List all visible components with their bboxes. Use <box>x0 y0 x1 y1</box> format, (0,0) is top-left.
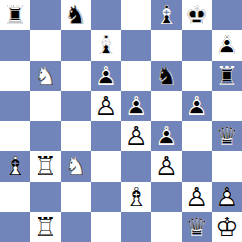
square-h4[interactable]: ♛♕ <box>212 121 242 151</box>
white-rook-outline-icon: ♖ <box>30 212 60 242</box>
square-b4[interactable] <box>30 121 60 151</box>
piece-white-pawn[interactable]: ♟♙ <box>121 121 151 151</box>
black-knight-outline-icon: ♘ <box>61 0 91 30</box>
black-rook-outline-icon: ♖ <box>0 0 30 30</box>
square-g2[interactable]: ♟♙ <box>182 182 212 212</box>
square-d1[interactable] <box>91 212 121 242</box>
white-knight-outline-icon: ♘ <box>61 151 91 181</box>
square-c3[interactable]: ♞♘ <box>61 151 91 181</box>
square-c1[interactable] <box>61 212 91 242</box>
square-e5[interactable]: ♟♙ <box>121 91 151 121</box>
square-d8[interactable] <box>91 0 121 30</box>
square-e6[interactable] <box>121 61 151 91</box>
square-c5[interactable] <box>61 91 91 121</box>
white-king-outline-icon: ♔ <box>212 212 242 242</box>
piece-white-knight[interactable]: ♞♘ <box>30 61 60 91</box>
square-h1[interactable]: ♚♔ <box>212 212 242 242</box>
piece-black-pawn[interactable]: ♟♙ <box>121 91 151 121</box>
square-c7[interactable] <box>61 30 91 60</box>
square-g8[interactable]: ♚♔ <box>182 0 212 30</box>
square-h7[interactable]: ♟♙ <box>212 30 242 60</box>
piece-white-pawn[interactable]: ♟♙ <box>182 182 212 212</box>
square-f8[interactable]: ♝♗ <box>151 0 181 30</box>
square-f7[interactable] <box>151 30 181 60</box>
square-b5[interactable] <box>30 91 60 121</box>
square-a5[interactable] <box>0 91 30 121</box>
square-d7[interactable]: ♝♗ <box>91 30 121 60</box>
black-bishop-outline-icon: ♗ <box>91 30 121 60</box>
square-e1[interactable] <box>121 212 151 242</box>
piece-black-knight[interactable]: ♞♘ <box>151 61 181 91</box>
white-pawn-outline-icon: ♙ <box>182 182 212 212</box>
white-bishop-outline-icon: ♗ <box>0 151 30 181</box>
square-a1[interactable] <box>0 212 30 242</box>
piece-black-queen[interactable]: ♛♕ <box>182 212 212 242</box>
black-knight-outline-icon: ♘ <box>151 61 181 91</box>
square-f6[interactable]: ♞♘ <box>151 61 181 91</box>
square-h2[interactable]: ♟♙ <box>212 182 242 212</box>
square-f1[interactable] <box>151 212 181 242</box>
square-b7[interactable] <box>30 30 60 60</box>
black-pawn-outline-icon: ♙ <box>121 91 151 121</box>
square-g1[interactable]: ♛♕ <box>182 212 212 242</box>
square-c4[interactable] <box>61 121 91 151</box>
black-pawn-outline-icon: ♙ <box>91 61 121 91</box>
white-pawn-outline-icon: ♙ <box>212 182 242 212</box>
piece-white-king[interactable]: ♚♔ <box>212 212 242 242</box>
black-pawn-outline-icon: ♙ <box>151 121 181 151</box>
square-a6[interactable] <box>0 61 30 91</box>
square-a3[interactable]: ♝♗ <box>0 151 30 181</box>
white-pawn-outline-icon: ♙ <box>91 91 121 121</box>
square-b2[interactable] <box>30 182 60 212</box>
square-a2[interactable] <box>0 182 30 212</box>
piece-white-bishop[interactable]: ♝♗ <box>0 151 30 181</box>
square-d2[interactable] <box>91 182 121 212</box>
white-rook-outline-icon: ♖ <box>30 151 60 181</box>
white-pawn-outline-icon: ♙ <box>151 151 181 181</box>
square-g7[interactable] <box>182 30 212 60</box>
square-b1[interactable]: ♜♖ <box>30 212 60 242</box>
square-h8[interactable] <box>212 0 242 30</box>
square-e7[interactable] <box>121 30 151 60</box>
piece-black-pawn[interactable]: ♟♙ <box>91 61 121 91</box>
square-a4[interactable] <box>0 121 30 151</box>
square-g6[interactable] <box>182 61 212 91</box>
white-bishop-outline-icon: ♗ <box>121 182 151 212</box>
square-d3[interactable] <box>91 151 121 181</box>
piece-white-rook[interactable]: ♜♖ <box>30 151 60 181</box>
square-e2[interactable]: ♝♗ <box>121 182 151 212</box>
black-queen-outline-icon: ♕ <box>212 121 242 151</box>
square-h6[interactable]: ♜♖ <box>212 61 242 91</box>
square-c2[interactable] <box>61 182 91 212</box>
white-knight-outline-icon: ♘ <box>30 61 60 91</box>
piece-white-pawn[interactable]: ♟♙ <box>91 91 121 121</box>
piece-white-knight[interactable]: ♞♘ <box>61 151 91 181</box>
black-bishop-outline-icon: ♗ <box>151 0 181 30</box>
square-f2[interactable] <box>151 182 181 212</box>
square-f4[interactable]: ♟♙ <box>151 121 181 151</box>
square-e4[interactable]: ♟♙ <box>121 121 151 151</box>
white-pawn-outline-icon: ♙ <box>121 121 151 151</box>
square-e8[interactable] <box>121 0 151 30</box>
piece-black-bishop[interactable]: ♝♗ <box>151 0 181 30</box>
piece-white-pawn[interactable]: ♟♙ <box>151 151 181 181</box>
square-h5[interactable] <box>212 91 242 121</box>
piece-black-queen[interactable]: ♛♕ <box>212 121 242 151</box>
square-e3[interactable] <box>121 151 151 181</box>
square-h3[interactable] <box>212 151 242 181</box>
piece-white-bishop[interactable]: ♝♗ <box>121 182 151 212</box>
piece-black-bishop[interactable]: ♝♗ <box>91 30 121 60</box>
piece-white-pawn[interactable]: ♟♙ <box>212 182 242 212</box>
square-b3[interactable]: ♜♖ <box>30 151 60 181</box>
square-g3[interactable] <box>182 151 212 181</box>
piece-black-pawn[interactable]: ♟♙ <box>151 121 181 151</box>
black-pawn-outline-icon: ♙ <box>212 30 242 60</box>
square-d4[interactable] <box>91 121 121 151</box>
square-c6[interactable] <box>61 61 91 91</box>
piece-black-rook[interactable]: ♜♖ <box>0 0 30 30</box>
square-a7[interactable] <box>0 30 30 60</box>
piece-white-rook[interactable]: ♜♖ <box>30 212 60 242</box>
piece-black-king[interactable]: ♚♔ <box>182 0 212 30</box>
square-b8[interactable] <box>30 0 60 30</box>
square-f3[interactable]: ♟♙ <box>151 151 181 181</box>
black-rook-outline-icon: ♖ <box>212 61 242 91</box>
piece-black-knight[interactable]: ♞♘ <box>61 0 91 30</box>
square-g4[interactable] <box>182 121 212 151</box>
square-b6[interactable]: ♞♘ <box>30 61 60 91</box>
square-f5[interactable] <box>151 91 181 121</box>
piece-black-pawn[interactable]: ♟♙ <box>182 91 212 121</box>
square-d5[interactable]: ♟♙ <box>91 91 121 121</box>
square-a8[interactable]: ♜♖ <box>0 0 30 30</box>
black-pawn-outline-icon: ♙ <box>182 91 212 121</box>
square-g5[interactable]: ♟♙ <box>182 91 212 121</box>
square-c8[interactable]: ♞♘ <box>61 0 91 30</box>
piece-black-rook[interactable]: ♜♖ <box>212 61 242 91</box>
square-d6[interactable]: ♟♙ <box>91 61 121 91</box>
piece-black-pawn[interactable]: ♟♙ <box>212 30 242 60</box>
black-king-outline-icon: ♔ <box>182 0 212 30</box>
black-queen-outline-icon: ♕ <box>182 212 212 242</box>
chess-board: ♜♖♞♘♝♗♚♔♝♗♟♙♞♘♟♙♞♘♜♖♟♙♟♙♟♙♟♙♟♙♛♕♝♗♜♖♞♘♟♙… <box>0 0 242 242</box>
